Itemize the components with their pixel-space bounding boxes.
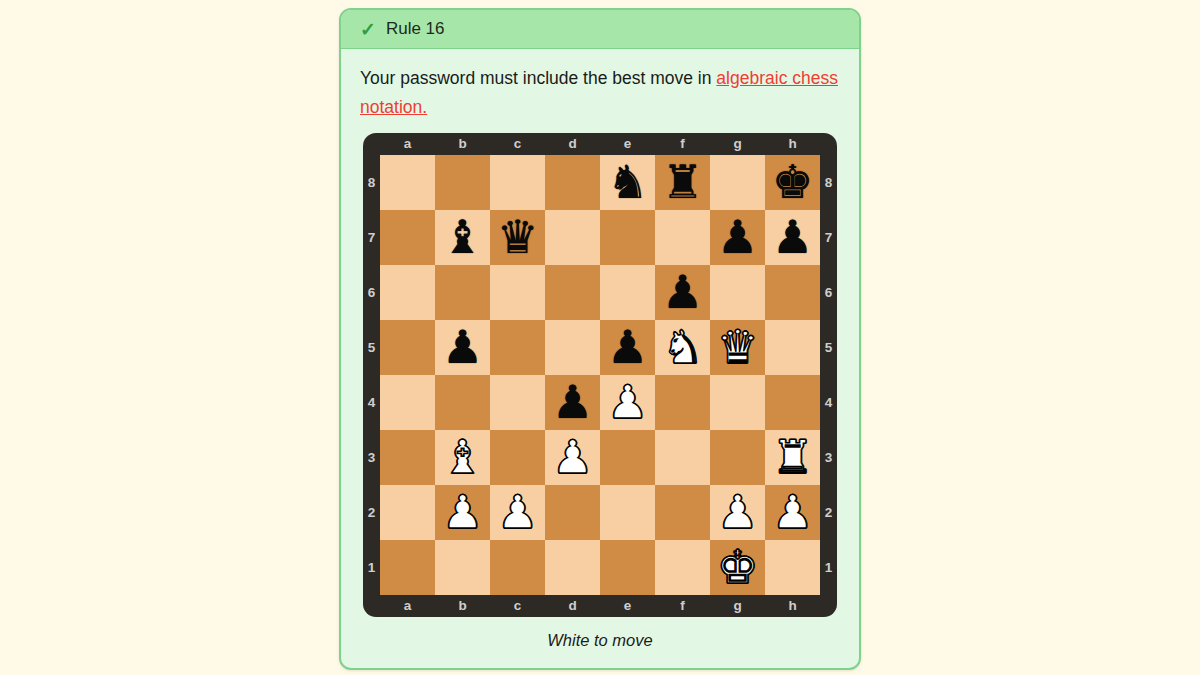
square-f7 bbox=[655, 210, 710, 265]
black-pawn-d4: ♟ bbox=[552, 379, 593, 425]
square-e3 bbox=[600, 430, 655, 485]
square-d2 bbox=[545, 485, 600, 540]
square-h6 bbox=[765, 265, 820, 320]
ranks-col-left: 87654321 bbox=[363, 155, 380, 595]
board-mid: 87654321 ♞♜♚♝♛♟♟♟♟♟♞♛♟♟♝♟♜♟♟♟♟♚ 87654321 bbox=[363, 155, 837, 595]
white-queen-g5: ♛ bbox=[717, 324, 758, 370]
file-label-g: g bbox=[710, 137, 765, 151]
square-c3 bbox=[490, 430, 545, 485]
rank-label-8: 8 bbox=[363, 155, 380, 210]
file-label-a: a bbox=[380, 137, 435, 151]
rule-text-prefix: Your password must include the best move… bbox=[360, 68, 716, 88]
square-g5: ♛ bbox=[710, 320, 765, 375]
file-label-c: c bbox=[490, 599, 545, 613]
white-pawn-d3: ♟ bbox=[552, 434, 593, 480]
rank-label-3: 3 bbox=[820, 430, 837, 485]
white-pawn-e4: ♟ bbox=[607, 379, 648, 425]
file-label-b: b bbox=[435, 599, 490, 613]
rank-label-3: 3 bbox=[363, 430, 380, 485]
black-knight-e8: ♞ bbox=[607, 159, 648, 205]
square-b4 bbox=[435, 375, 490, 430]
black-rook-f8: ♜ bbox=[662, 159, 703, 205]
square-e2 bbox=[600, 485, 655, 540]
square-a5 bbox=[380, 320, 435, 375]
square-g8 bbox=[710, 155, 765, 210]
rule-card-header: ✓ Rule 16 bbox=[341, 10, 859, 49]
square-d4: ♟ bbox=[545, 375, 600, 430]
files-row-top: abcdefgh bbox=[380, 133, 837, 155]
square-f4 bbox=[655, 375, 710, 430]
rank-label-1: 1 bbox=[820, 540, 837, 595]
square-h8: ♚ bbox=[765, 155, 820, 210]
square-g1: ♚ bbox=[710, 540, 765, 595]
square-g3 bbox=[710, 430, 765, 485]
black-pawn-b5: ♟ bbox=[442, 324, 483, 370]
chess-board-grid: ♞♜♚♝♛♟♟♟♟♟♞♛♟♟♝♟♜♟♟♟♟♚ bbox=[380, 155, 820, 595]
square-d5 bbox=[545, 320, 600, 375]
square-c7: ♛ bbox=[490, 210, 545, 265]
white-pawn-g2: ♟ bbox=[717, 489, 758, 535]
black-pawn-h7: ♟ bbox=[772, 214, 813, 260]
square-e8: ♞ bbox=[600, 155, 655, 210]
square-d3: ♟ bbox=[545, 430, 600, 485]
square-e5: ♟ bbox=[600, 320, 655, 375]
square-h1 bbox=[765, 540, 820, 595]
white-pawn-h2: ♟ bbox=[772, 489, 813, 535]
square-b8 bbox=[435, 155, 490, 210]
square-g7: ♟ bbox=[710, 210, 765, 265]
square-h4 bbox=[765, 375, 820, 430]
rule-title: Rule 16 bbox=[386, 19, 445, 39]
file-label-g: g bbox=[710, 599, 765, 613]
square-g6 bbox=[710, 265, 765, 320]
square-e6 bbox=[600, 265, 655, 320]
square-b6 bbox=[435, 265, 490, 320]
rank-label-4: 4 bbox=[363, 375, 380, 430]
square-b3: ♝ bbox=[435, 430, 490, 485]
black-pawn-e5: ♟ bbox=[607, 324, 648, 370]
square-g4 bbox=[710, 375, 765, 430]
square-e1 bbox=[600, 540, 655, 595]
square-f5: ♞ bbox=[655, 320, 710, 375]
square-c1 bbox=[490, 540, 545, 595]
file-label-h: h bbox=[765, 599, 820, 613]
white-king-g1: ♚ bbox=[717, 544, 758, 590]
black-pawn-g7: ♟ bbox=[717, 214, 758, 260]
rank-label-7: 7 bbox=[363, 210, 380, 265]
files-row-bottom: abcdefgh bbox=[380, 595, 837, 617]
square-h3: ♜ bbox=[765, 430, 820, 485]
square-f1 bbox=[655, 540, 710, 595]
file-label-d: d bbox=[545, 599, 600, 613]
rank-label-2: 2 bbox=[363, 485, 380, 540]
rank-label-5: 5 bbox=[363, 320, 380, 375]
square-c4 bbox=[490, 375, 545, 430]
rank-label-6: 6 bbox=[363, 265, 380, 320]
square-b1 bbox=[435, 540, 490, 595]
side-to-move-caption: White to move bbox=[360, 631, 840, 650]
white-pawn-b2: ♟ bbox=[442, 489, 483, 535]
square-e7 bbox=[600, 210, 655, 265]
square-f8: ♜ bbox=[655, 155, 710, 210]
rule-card-body: Your password must include the best move… bbox=[341, 49, 859, 668]
square-f3 bbox=[655, 430, 710, 485]
rank-label-4: 4 bbox=[820, 375, 837, 430]
white-rook-h3: ♜ bbox=[772, 434, 813, 480]
square-a6 bbox=[380, 265, 435, 320]
black-pawn-f6: ♟ bbox=[662, 269, 703, 315]
square-h7: ♟ bbox=[765, 210, 820, 265]
square-e4: ♟ bbox=[600, 375, 655, 430]
black-bishop-b7: ♝ bbox=[442, 214, 483, 260]
black-queen-c7: ♛ bbox=[497, 214, 538, 260]
file-label-h: h bbox=[765, 137, 820, 151]
square-c2: ♟ bbox=[490, 485, 545, 540]
square-a3 bbox=[380, 430, 435, 485]
check-icon: ✓ bbox=[360, 20, 376, 39]
white-pawn-c2: ♟ bbox=[497, 489, 538, 535]
file-label-c: c bbox=[490, 137, 545, 151]
rank-label-2: 2 bbox=[820, 485, 837, 540]
rank-label-5: 5 bbox=[820, 320, 837, 375]
file-label-f: f bbox=[655, 137, 710, 151]
chess-board: abcdefgh 87654321 ♞♜♚♝♛♟♟♟♟♟♞♛♟♟♝♟♜♟♟♟♟♚… bbox=[363, 133, 837, 617]
square-d7 bbox=[545, 210, 600, 265]
square-a8 bbox=[380, 155, 435, 210]
square-h5 bbox=[765, 320, 820, 375]
file-label-e: e bbox=[600, 137, 655, 151]
square-h2: ♟ bbox=[765, 485, 820, 540]
square-a4 bbox=[380, 375, 435, 430]
white-bishop-b3: ♝ bbox=[442, 434, 483, 480]
ranks-col-right: 87654321 bbox=[820, 155, 837, 595]
square-d1 bbox=[545, 540, 600, 595]
file-label-a: a bbox=[380, 599, 435, 613]
square-f2 bbox=[655, 485, 710, 540]
square-c5 bbox=[490, 320, 545, 375]
square-b2: ♟ bbox=[435, 485, 490, 540]
square-f6: ♟ bbox=[655, 265, 710, 320]
white-knight-f5: ♞ bbox=[662, 324, 703, 370]
square-g2: ♟ bbox=[710, 485, 765, 540]
square-b5: ♟ bbox=[435, 320, 490, 375]
square-a7 bbox=[380, 210, 435, 265]
rule-card: ✓ Rule 16 Your password must include the… bbox=[339, 8, 861, 670]
file-label-f: f bbox=[655, 599, 710, 613]
rule-text: Your password must include the best move… bbox=[360, 64, 840, 122]
square-c8 bbox=[490, 155, 545, 210]
square-d8 bbox=[545, 155, 600, 210]
file-label-e: e bbox=[600, 599, 655, 613]
rank-label-6: 6 bbox=[820, 265, 837, 320]
square-a2 bbox=[380, 485, 435, 540]
square-d6 bbox=[545, 265, 600, 320]
file-label-d: d bbox=[545, 137, 600, 151]
rank-label-7: 7 bbox=[820, 210, 837, 265]
square-a1 bbox=[380, 540, 435, 595]
black-king-h8: ♚ bbox=[772, 159, 813, 205]
rank-label-8: 8 bbox=[820, 155, 837, 210]
square-c6 bbox=[490, 265, 545, 320]
rank-label-1: 1 bbox=[363, 540, 380, 595]
square-b7: ♝ bbox=[435, 210, 490, 265]
file-label-b: b bbox=[435, 137, 490, 151]
